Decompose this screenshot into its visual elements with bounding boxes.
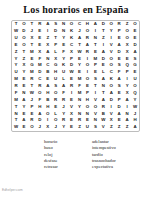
grid-cell: E [68,76,76,83]
grid-cell: Z [12,49,20,56]
grid-cell: A [123,117,131,124]
grid-cell: X [68,110,76,117]
grid-cell: W [76,49,84,56]
grid-cell: I [83,55,91,62]
grid-cell: P [123,69,131,76]
grid-cell: E [12,42,20,49]
grid-cell: A [99,76,107,83]
grid-cell: E [131,35,139,42]
grid-cell: X [107,117,115,124]
grid-cell: N [20,90,28,97]
grid-cell: E [76,55,84,62]
grid-cell: J [76,28,84,35]
grid-cell: M [76,90,84,97]
grid-cell: I [123,104,131,111]
grid-cell: E [83,117,91,124]
grid-cell: E [44,76,52,83]
grid-cell: S [52,21,60,28]
grid-cell: T [76,42,84,49]
grid-cell: Y [76,62,84,69]
grid-cell: X [20,62,28,69]
grid-cell: A [131,124,139,131]
grid-cell: E [20,124,28,131]
grid-cell: D [99,55,107,62]
grid-cell: O [83,104,91,111]
grid-cell: R [60,117,68,124]
grid-cell: X [44,124,52,131]
grid-cell: E [115,55,123,62]
grid-cell: A [44,49,52,56]
grid-cell: R [36,83,44,90]
grid-cell: N [76,110,84,117]
grid-cell: O [123,35,131,42]
grid-cell: W [131,104,139,111]
grid-cell: L [60,76,68,83]
grid-cell: A [36,110,44,117]
grid-cell: V [99,124,107,131]
grid-cell: F [76,83,84,90]
grid-cell: B [99,110,107,117]
grid-cell: N [91,35,99,42]
grid-cell: V [68,104,76,111]
grid-cell: V [107,42,115,49]
grid-cell: Y [60,35,68,42]
grid-cell: O [20,42,28,49]
grid-cell: R [28,117,36,124]
grid-cell: A [99,97,107,104]
grid-cell: A [44,21,52,28]
grid-cell: E [83,83,91,90]
grid-cell: O [36,90,44,97]
grid-cell: E [123,55,131,62]
grid-cell: O [68,21,76,28]
grid-cell: P [115,28,123,35]
grid-cell: H [36,104,44,111]
grid-cell: Z [115,124,123,131]
grid-cell: E [28,55,36,62]
grid-cell: Z [107,124,115,131]
grid-cell: P [52,42,60,49]
grid-cell: Y [76,104,84,111]
grid-cell: C [76,21,84,28]
grid-cell: K [68,35,76,42]
grid-cell: W [28,90,36,97]
grid-cell: O [131,21,139,28]
grid-cell: A [115,42,123,49]
grid-cell: N [60,21,68,28]
grid-cell: O [83,62,91,69]
grid-cell: Z [76,124,84,131]
grid-cell: E [131,28,139,35]
grid-cell: W [99,117,107,124]
grid-cell: O [107,83,115,90]
grid-cell: H [83,21,91,28]
grid-cell: E [36,35,44,42]
grid-cell: Q [123,62,131,69]
grid-cell: H [52,69,60,76]
grid-cell: R [99,104,107,111]
grid-cell: X [68,49,76,56]
grid-cell: A [107,90,115,97]
grid-cell: X [44,42,52,49]
grid-cell: E [60,42,68,49]
grid-cell: M [91,55,99,62]
grid-cell: D [115,104,123,111]
grid-cell: D [20,28,28,35]
grid-cell: D [36,117,44,124]
grid-cell: T [12,104,20,111]
grid-cell: J [131,110,139,117]
grid-cell: I [91,28,99,35]
grid-cell: E [68,117,76,124]
grid-cell: E [115,35,123,42]
grid-cell: R [83,49,91,56]
grid-cell: W [12,28,20,35]
grid-cell: E [99,62,107,69]
grid-cell: O [123,28,131,35]
grid-cell: Y [107,28,115,35]
grid-cell: P [115,97,123,104]
grid-cell: T [12,117,20,124]
grid-cell: I [91,90,99,97]
grid-cell: H [131,117,139,124]
grid-cell: S [131,55,139,62]
grid-cell: G [52,62,60,69]
grid-cell: E [28,110,36,117]
grid-cell: M [28,69,36,76]
grid-cell: C [36,76,44,83]
grid-cell: H [44,104,52,111]
grid-cell: B [44,97,52,104]
grid-cell: F [12,90,20,97]
grid-cell: H [44,90,52,97]
grid-cell: Q [131,90,139,97]
word-search-board: TOTRASNOCHADORZOWDJEIDNKJOITYPOEUOXEZTYK… [11,20,140,132]
grid-cell: O [20,21,28,28]
grid-cell: J [28,28,36,35]
grid-cell: V [107,49,115,56]
grid-cell: X [52,55,60,62]
grid-cell: R [60,97,68,104]
grid-cell: F [36,97,44,104]
grid-cell: N [123,110,131,117]
grid-cell: O [107,55,115,62]
grid-cell: A [44,83,52,90]
grid-cell: F [60,90,68,97]
grid-cell: R [36,21,44,28]
grid-cell: A [123,97,131,104]
grid-cell: Y [12,62,20,69]
grid-cell: F [60,49,68,56]
grid-cell: A [76,35,84,42]
grid-cell: A [20,117,28,124]
grid-cell: I [83,69,91,76]
grid-cell: O [52,117,60,124]
grid-cell: H [83,97,91,104]
grid-cell: D [115,49,123,56]
grid-cell: O [107,62,115,69]
grid-cell: Y [60,124,68,131]
grid-cell: E [52,104,60,111]
grid-cell: X [123,49,131,56]
grid-cell: A [115,76,123,83]
grid-cell: E [20,110,28,117]
grid-cell: S [115,62,123,69]
grid-cell: L [52,110,60,117]
word-list-item: retrasar [44,164,58,170]
grid-cell: N [91,117,99,124]
grid-cell: Y [60,55,68,62]
grid-cell: D [107,97,115,104]
grid-cell: B [44,69,52,76]
grid-cell: U [12,69,20,76]
grid-cell: Z [123,124,131,131]
grid-cell: T [91,42,99,49]
grid-cell: W [68,69,76,76]
grid-cell: M [76,76,84,83]
letter-grid: TOTRASNOCHADORZOWDJEIDNKJOITYPOEUOXEZTYK… [12,21,139,131]
grid-cell: J [60,104,68,111]
grid-cell: E [36,42,44,49]
grid-cell: E [68,124,76,131]
grid-cell: J [28,97,36,104]
grid-cell: O [83,76,91,83]
grid-cell: E [115,90,123,97]
grid-cell: A [131,49,139,56]
grid-cell: N [12,110,20,117]
grid-cell: G [28,62,36,69]
grid-cell: F [115,69,123,76]
grid-cell: A [83,42,91,49]
grid-cell: O [131,83,139,90]
grid-cell: P [68,55,76,62]
grid-cell: S [115,83,123,90]
grid-cell: C [107,69,115,76]
grid-cell: Y [20,69,28,76]
grid-cell: T [91,83,99,90]
grid-cell: R [52,97,60,104]
grid-cell: W [12,124,20,131]
grid-cell: R [12,83,20,90]
grid-cell: U [83,124,91,131]
grid-cell: A [91,21,99,28]
grid-cell: D [68,62,76,69]
grid-cell: G [131,62,139,69]
grid-cell: Z [44,35,52,42]
grid-cell: I [99,42,107,49]
grid-cell: U [12,35,20,42]
grid-cell: E [20,76,28,83]
grid-cell: U [131,76,139,83]
grid-cell: L [52,49,60,56]
grid-cell: R [28,76,36,83]
grid-cell: I [107,35,115,42]
grid-cell: I [68,90,76,97]
grid-cell: N [76,97,84,104]
grid-cell: M [28,49,36,56]
grid-cell: I [44,28,52,35]
grid-cell: T [99,90,107,97]
grid-cell: Z [123,21,131,28]
grid-cell: F [36,55,44,62]
grid-cell: N [60,28,68,35]
grid-cell: I [123,76,131,83]
grid-cell: E [91,69,99,76]
grid-cell: D [52,28,60,35]
grid-cell: O [20,35,28,42]
grid-cell: O [28,124,36,131]
grid-cell: M [12,97,20,104]
grid-cell: V [91,97,99,104]
grid-cell: T [28,42,36,49]
puzzle-title: Los horarios en España [0,4,152,15]
grid-cell: E [131,69,139,76]
grid-cell: I [107,104,115,111]
grid-cell: S [52,83,60,90]
grid-cell: K [68,28,76,35]
grid-cell: A [99,49,107,56]
grid-cell: R [76,117,84,124]
grid-cell: C [68,42,76,49]
grid-cell: K [107,76,115,83]
grid-cell: E [115,117,123,124]
grid-cell: U [60,69,68,76]
grid-cell: R [68,83,76,90]
grid-cell: R [115,21,123,28]
grid-cell: M [36,62,44,69]
grid-cell: P [28,104,36,111]
grid-cell: T [20,49,28,56]
grid-cell: L [99,69,107,76]
grid-cell: T [12,21,20,28]
grid-cell: R [83,35,91,42]
grid-cell: E [68,97,76,104]
grid-cell: X [123,90,131,97]
grid-cell: O [107,21,115,28]
grid-cell: E [20,83,28,90]
word-list-item: intempestivo [92,145,116,151]
grid-cell: Y [20,104,28,111]
grid-cell: O [83,28,91,35]
grid-cell: D [131,42,139,49]
grid-cell: U [52,76,60,83]
grid-cell: V [91,110,99,117]
word-list-column-1: horariohusorelojdesfaseretrasar [44,139,58,170]
grid-cell: J [36,124,44,131]
grid-cell: N [99,83,107,90]
grid-cell: S [91,76,99,83]
grid-cell: I [44,117,52,124]
grid-cell: P [83,90,91,97]
word-list-column-2: adelantarintempestivotardíotrasnochadore… [92,139,116,170]
grid-cell: Y [123,83,131,90]
grid-cell: O [52,90,60,97]
word-list-item: expectativa [92,164,116,170]
grid-cell: P [91,62,99,69]
grid-cell: O [91,104,99,111]
grid-cell: S [91,124,99,131]
grid-cell: A [60,83,68,90]
grid-cell: A [115,110,123,117]
grid-cell: C [44,62,52,69]
grid-cell: Y [12,55,20,62]
grid-cell: Z [20,55,28,62]
grid-cell: A [20,97,28,104]
grid-cell: Y [60,110,68,117]
grid-cell: D [99,21,107,28]
grid-cell: K [60,62,68,69]
watermark: Edhelper.com [2,188,23,192]
grid-cell: Z [99,35,107,42]
grid-cell: Y [131,97,139,104]
grid-cell: O [44,110,52,117]
grid-cell: E [76,69,84,76]
grid-cell: E [36,28,44,35]
grid-cell: D [36,69,44,76]
grid-cell: N [44,55,52,62]
grid-cell: T [28,21,36,28]
grid-cell: X [36,49,44,56]
grid-cell: X [123,42,131,49]
grid-cell: T [52,35,60,42]
grid-cell: M [12,76,20,83]
grid-cell: J [52,124,60,131]
grid-cell: V [107,110,115,117]
grid-cell: E [91,49,99,56]
grid-cell: T [28,83,36,90]
grid-cell: N [83,110,91,117]
grid-cell: X [28,35,36,42]
grid-cell: T [99,28,107,35]
